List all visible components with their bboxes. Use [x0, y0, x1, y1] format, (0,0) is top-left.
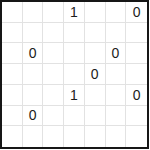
clue-cell[interactable]: 0 — [106, 43, 127, 64]
clue-cell[interactable]: 0 — [85, 64, 106, 85]
empty-cell[interactable] — [85, 126, 106, 147]
empty-cell[interactable] — [2, 64, 23, 85]
empty-cell[interactable] — [64, 43, 85, 64]
empty-cell[interactable] — [106, 23, 127, 44]
empty-cell[interactable] — [43, 106, 64, 127]
empty-cell[interactable] — [2, 43, 23, 64]
empty-cell[interactable] — [85, 43, 106, 64]
empty-cell[interactable] — [2, 85, 23, 106]
empty-cell[interactable] — [23, 64, 44, 85]
empty-cell[interactable] — [64, 106, 85, 127]
empty-cell[interactable] — [23, 23, 44, 44]
clue-cell[interactable]: 1 — [64, 2, 85, 23]
empty-cell[interactable] — [85, 2, 106, 23]
empty-cell[interactable] — [85, 85, 106, 106]
empty-cell[interactable] — [126, 106, 147, 127]
empty-cell[interactable] — [64, 64, 85, 85]
empty-cell[interactable] — [43, 126, 64, 147]
empty-cell[interactable] — [64, 23, 85, 44]
empty-cell[interactable] — [126, 43, 147, 64]
empty-cell[interactable] — [2, 126, 23, 147]
puzzle-board: 10000100 — [0, 0, 149, 149]
empty-cell[interactable] — [106, 2, 127, 23]
empty-cell[interactable] — [23, 85, 44, 106]
empty-cell[interactable] — [2, 106, 23, 127]
empty-cell[interactable] — [85, 106, 106, 127]
empty-cell[interactable] — [106, 64, 127, 85]
empty-cell[interactable] — [43, 43, 64, 64]
clue-cell[interactable]: 0 — [126, 85, 147, 106]
empty-cell[interactable] — [2, 2, 23, 23]
empty-cell[interactable] — [106, 106, 127, 127]
empty-cell[interactable] — [85, 23, 106, 44]
empty-cell[interactable] — [23, 126, 44, 147]
clue-cell[interactable]: 0 — [23, 43, 44, 64]
empty-cell[interactable] — [23, 2, 44, 23]
empty-cell[interactable] — [43, 2, 64, 23]
clue-cell[interactable]: 0 — [23, 106, 44, 127]
empty-cell[interactable] — [43, 23, 64, 44]
empty-cell[interactable] — [64, 126, 85, 147]
clue-cell[interactable]: 1 — [64, 85, 85, 106]
empty-cell[interactable] — [2, 23, 23, 44]
puzzle-page: 10000100 — [0, 0, 150, 150]
empty-cell[interactable] — [126, 64, 147, 85]
empty-cell[interactable] — [106, 126, 127, 147]
empty-cell[interactable] — [43, 85, 64, 106]
empty-cell[interactable] — [106, 85, 127, 106]
empty-cell[interactable] — [126, 23, 147, 44]
empty-cell[interactable] — [43, 64, 64, 85]
empty-cell[interactable] — [126, 126, 147, 147]
clue-cell[interactable]: 0 — [126, 2, 147, 23]
